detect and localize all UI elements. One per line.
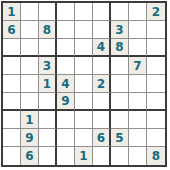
cell-r8c5[interactable] bbox=[75, 129, 93, 147]
cell-r1c4[interactable] bbox=[57, 3, 75, 21]
cell-r2c6[interactable] bbox=[93, 21, 111, 39]
given-digit-r9c5[interactable]: 1 bbox=[75, 147, 93, 165]
cell-r3c8[interactable] bbox=[129, 39, 147, 57]
cell-r4c7[interactable] bbox=[111, 57, 129, 75]
cell-r5c9[interactable] bbox=[147, 75, 165, 93]
cell-r7c5[interactable] bbox=[75, 111, 93, 129]
cell-r5c7[interactable] bbox=[111, 75, 129, 93]
cell-r6c7[interactable] bbox=[111, 93, 129, 111]
given-digit-r4c3[interactable]: 3 bbox=[39, 57, 57, 75]
given-digit-r1c9[interactable]: 2 bbox=[147, 3, 165, 21]
given-digit-r2c7[interactable]: 3 bbox=[111, 21, 129, 39]
cell-r9c1[interactable] bbox=[3, 147, 21, 165]
given-digit-r2c1[interactable]: 6 bbox=[3, 21, 21, 39]
cell-r5c1[interactable] bbox=[3, 75, 21, 93]
cell-r6c5[interactable] bbox=[75, 93, 93, 111]
given-digit-r9c2[interactable]: 6 bbox=[21, 147, 39, 165]
cell-r6c3[interactable] bbox=[39, 93, 57, 111]
cell-r9c3[interactable] bbox=[39, 147, 57, 165]
given-digit-r2c3[interactable]: 8 bbox=[39, 21, 57, 39]
cell-r2c9[interactable] bbox=[147, 21, 165, 39]
cell-r2c2[interactable] bbox=[21, 21, 39, 39]
cell-r9c8[interactable] bbox=[129, 147, 147, 165]
cell-r8c3[interactable] bbox=[39, 129, 57, 147]
cell-r1c8[interactable] bbox=[129, 3, 147, 21]
cell-r3c2[interactable] bbox=[21, 39, 39, 57]
cell-r5c5[interactable] bbox=[75, 75, 93, 93]
cell-r9c4[interactable] bbox=[57, 147, 75, 165]
cell-r9c6[interactable] bbox=[93, 147, 111, 165]
cell-r1c6[interactable] bbox=[93, 3, 111, 21]
cell-r6c9[interactable] bbox=[147, 93, 165, 111]
cell-r7c3[interactable] bbox=[39, 111, 57, 129]
cell-r7c4[interactable] bbox=[57, 111, 75, 129]
cell-r1c3[interactable] bbox=[39, 3, 57, 21]
cell-r3c3[interactable] bbox=[39, 39, 57, 57]
cell-r8c8[interactable] bbox=[129, 129, 147, 147]
cell-r8c1[interactable] bbox=[3, 129, 21, 147]
given-digit-r7c2[interactable]: 1 bbox=[21, 111, 39, 129]
cell-r3c4[interactable] bbox=[57, 39, 75, 57]
cell-r5c2[interactable] bbox=[21, 75, 39, 93]
cell-r1c2[interactable] bbox=[21, 3, 39, 21]
cell-r2c8[interactable] bbox=[129, 21, 147, 39]
given-digit-r8c7[interactable]: 5 bbox=[111, 129, 129, 147]
cell-r9c7[interactable] bbox=[111, 147, 129, 165]
given-digit-r3c6[interactable]: 4 bbox=[93, 39, 111, 57]
cell-r8c9[interactable] bbox=[147, 129, 165, 147]
given-digit-r6c4[interactable]: 9 bbox=[57, 93, 75, 111]
cell-r7c7[interactable] bbox=[111, 111, 129, 129]
cell-r5c8[interactable] bbox=[129, 75, 147, 93]
given-digit-r8c2[interactable]: 9 bbox=[21, 129, 39, 147]
cell-r3c5[interactable] bbox=[75, 39, 93, 57]
cell-r6c1[interactable] bbox=[3, 93, 21, 111]
cell-r8c4[interactable] bbox=[57, 129, 75, 147]
cell-r4c6[interactable] bbox=[93, 57, 111, 75]
given-digit-r5c6[interactable]: 2 bbox=[93, 75, 111, 93]
cell-r7c1[interactable] bbox=[3, 111, 21, 129]
given-digit-r4c8[interactable]: 7 bbox=[129, 57, 147, 75]
given-digit-r1c1[interactable]: 1 bbox=[3, 3, 21, 21]
cell-r6c8[interactable] bbox=[129, 93, 147, 111]
cell-r7c9[interactable] bbox=[147, 111, 165, 129]
cell-r3c1[interactable] bbox=[3, 39, 21, 57]
cell-r4c4[interactable] bbox=[57, 57, 75, 75]
cell-r2c5[interactable] bbox=[75, 21, 93, 39]
cell-r4c9[interactable] bbox=[147, 57, 165, 75]
cell-r1c7[interactable] bbox=[111, 3, 129, 21]
cell-r4c5[interactable] bbox=[75, 57, 93, 75]
cell-r3c9[interactable] bbox=[147, 39, 165, 57]
cell-r1c5[interactable] bbox=[75, 3, 93, 21]
given-digit-r9c9[interactable]: 8 bbox=[147, 147, 165, 165]
cell-r6c6[interactable] bbox=[93, 93, 111, 111]
given-digit-r5c3[interactable]: 1 bbox=[39, 75, 57, 93]
cell-r2c4[interactable] bbox=[57, 21, 75, 39]
given-digit-r5c4[interactable]: 4 bbox=[57, 75, 75, 93]
cell-r4c2[interactable] bbox=[21, 57, 39, 75]
cell-r6c2[interactable] bbox=[21, 93, 39, 111]
cell-r4c1[interactable] bbox=[3, 57, 21, 75]
given-digit-r8c6[interactable]: 6 bbox=[93, 129, 111, 147]
given-digit-r3c7[interactable]: 8 bbox=[111, 39, 129, 57]
sudoku-board: 12683483714291965618 bbox=[1, 1, 167, 167]
cell-r7c8[interactable] bbox=[129, 111, 147, 129]
cell-r7c6[interactable] bbox=[93, 111, 111, 129]
